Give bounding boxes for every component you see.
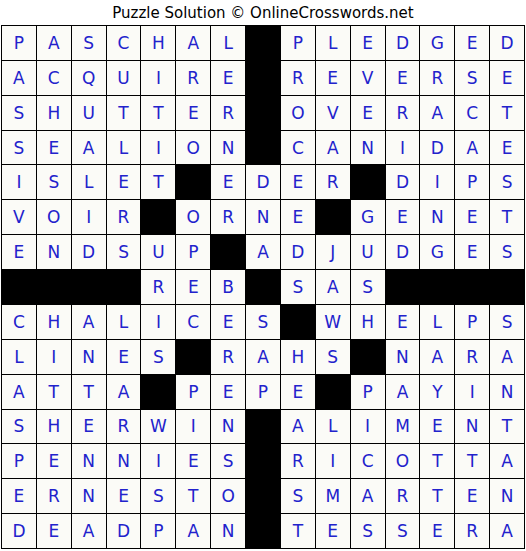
letter-cell: N <box>37 235 71 269</box>
letter-cell: B <box>211 270 245 304</box>
letter-cell: D <box>246 165 280 199</box>
letter-cell: O <box>176 131 210 165</box>
letter-cell: A <box>246 340 280 374</box>
black-cell <box>2 270 36 304</box>
letter-cell: I <box>141 131 175 165</box>
letter-cell: A <box>420 340 454 374</box>
letter-cell: P <box>246 375 280 409</box>
letter-cell: N <box>490 375 524 409</box>
black-cell <box>246 270 280 304</box>
letter-cell: I <box>420 165 454 199</box>
letter-cell: E <box>37 131 71 165</box>
black-cell <box>246 514 280 548</box>
letter-cell: A <box>281 410 315 444</box>
letter-cell: C <box>37 61 71 95</box>
letter-cell: S <box>107 235 141 269</box>
letter-cell: T <box>107 96 141 130</box>
letter-cell: P <box>455 305 489 339</box>
letter-cell: N <box>455 410 489 444</box>
letter-cell: E <box>107 165 141 199</box>
letter-cell: E <box>211 61 245 95</box>
letter-cell: L <box>420 305 454 339</box>
letter-cell: A <box>316 131 350 165</box>
black-cell <box>211 235 245 269</box>
letter-cell: C <box>107 26 141 60</box>
letter-cell: T <box>420 444 454 478</box>
letter-cell: E <box>176 270 210 304</box>
letter-cell: T <box>281 514 315 548</box>
letter-cell: C <box>176 305 210 339</box>
letter-cell: M <box>316 479 350 513</box>
letter-cell: E <box>281 165 315 199</box>
letter-cell: A <box>316 270 350 304</box>
letter-cell: A <box>420 96 454 130</box>
letter-cell: P <box>455 165 489 199</box>
letter-cell: T <box>37 375 71 409</box>
letter-cell: E <box>351 26 385 60</box>
letter-cell: H <box>351 305 385 339</box>
letter-cell: R <box>211 96 245 130</box>
letter-cell: Q <box>72 61 106 95</box>
letter-cell: E <box>107 340 141 374</box>
letter-cell: A <box>490 340 524 374</box>
letter-cell: N <box>386 340 420 374</box>
letter-cell: L <box>107 305 141 339</box>
black-cell <box>386 270 420 304</box>
letter-cell: T <box>141 96 175 130</box>
letter-cell: R <box>420 61 454 95</box>
black-cell <box>246 444 280 478</box>
letter-cell: P <box>176 375 210 409</box>
black-cell <box>176 165 210 199</box>
letter-cell: N <box>246 200 280 234</box>
letter-cell: T <box>490 200 524 234</box>
letter-cell: T <box>490 96 524 130</box>
letter-cell: S <box>351 270 385 304</box>
letter-cell: L <box>2 340 36 374</box>
letter-cell: T <box>72 375 106 409</box>
letter-cell: E <box>490 61 524 95</box>
letter-cell: I <box>316 444 350 478</box>
letter-cell: S <box>281 270 315 304</box>
black-cell <box>420 270 454 304</box>
black-cell <box>246 131 280 165</box>
black-cell <box>246 26 280 60</box>
letter-cell: P <box>2 26 36 60</box>
letter-cell: E <box>386 200 420 234</box>
letter-cell: N <box>72 479 106 513</box>
letter-cell: A <box>490 514 524 548</box>
letter-cell: H <box>37 96 71 130</box>
letter-cell: E <box>386 305 420 339</box>
letter-cell: R <box>386 479 420 513</box>
letter-cell: E <box>2 479 36 513</box>
black-cell <box>455 270 489 304</box>
letter-cell: O <box>281 96 315 130</box>
black-cell <box>176 340 210 374</box>
letter-cell: W <box>141 410 175 444</box>
letter-cell: E <box>37 514 71 548</box>
letter-cell: I <box>72 200 106 234</box>
letter-cell: R <box>211 200 245 234</box>
letter-cell: I <box>141 61 175 95</box>
letter-cell: S <box>72 26 106 60</box>
black-cell <box>246 96 280 130</box>
letter-cell: L <box>72 165 106 199</box>
letter-cell: I <box>176 410 210 444</box>
letter-cell: S <box>141 340 175 374</box>
letter-cell: A <box>351 479 385 513</box>
letter-cell: D <box>72 235 106 269</box>
black-cell <box>72 270 106 304</box>
letter-cell: N <box>351 131 385 165</box>
letter-cell: R <box>386 96 420 130</box>
letter-cell: D <box>386 26 420 60</box>
letter-cell: A <box>107 375 141 409</box>
letter-cell: S <box>2 96 36 130</box>
letter-cell: H <box>281 340 315 374</box>
letter-cell: R <box>316 165 350 199</box>
black-cell <box>107 270 141 304</box>
letter-cell: E <box>316 514 350 548</box>
letter-cell: I <box>141 444 175 478</box>
letter-cell: E <box>420 514 454 548</box>
black-cell <box>316 375 350 409</box>
black-cell <box>246 479 280 513</box>
letter-cell: H <box>141 26 175 60</box>
letter-cell: D <box>420 131 454 165</box>
letter-cell: P <box>281 26 315 60</box>
letter-cell: S <box>2 131 36 165</box>
letter-cell: A <box>2 61 36 95</box>
letter-cell: A <box>176 514 210 548</box>
letter-cell: O <box>211 479 245 513</box>
letter-cell: L <box>107 131 141 165</box>
letter-cell: H <box>37 410 71 444</box>
letter-cell: P <box>2 444 36 478</box>
letter-cell: E <box>455 235 489 269</box>
letter-cell: R <box>455 340 489 374</box>
letter-cell: N <box>490 479 524 513</box>
letter-cell: I <box>141 305 175 339</box>
black-cell <box>37 270 71 304</box>
letter-cell: P <box>141 514 175 548</box>
letter-cell: E <box>455 479 489 513</box>
letter-cell: E <box>455 200 489 234</box>
black-cell <box>351 340 385 374</box>
letter-cell: N <box>211 131 245 165</box>
letter-cell: S <box>316 340 350 374</box>
letter-cell: O <box>386 444 420 478</box>
letter-cell: L <box>316 26 350 60</box>
letter-cell: S <box>490 235 524 269</box>
letter-cell: S <box>141 479 175 513</box>
letter-cell: P <box>176 235 210 269</box>
letter-cell: U <box>351 235 385 269</box>
letter-cell: A <box>455 131 489 165</box>
letter-cell: D <box>281 235 315 269</box>
letter-cell: L <box>211 26 245 60</box>
black-cell <box>141 200 175 234</box>
letter-cell: R <box>281 444 315 478</box>
letter-cell: E <box>211 305 245 339</box>
letter-cell: G <box>420 26 454 60</box>
letter-cell: R <box>107 410 141 444</box>
letter-cell: R <box>211 340 245 374</box>
letter-cell: I <box>2 165 36 199</box>
letter-cell: S <box>211 444 245 478</box>
letter-cell: S <box>455 61 489 95</box>
letter-cell: R <box>281 61 315 95</box>
letter-cell: O <box>37 200 71 234</box>
letter-cell: E <box>281 375 315 409</box>
letter-cell: C <box>351 444 385 478</box>
letter-cell: E <box>351 96 385 130</box>
letter-cell: G <box>420 235 454 269</box>
letter-cell: A <box>176 26 210 60</box>
letter-cell: S <box>37 165 71 199</box>
letter-cell: C <box>2 305 36 339</box>
letter-cell: E <box>455 26 489 60</box>
letter-cell: E <box>176 96 210 130</box>
letter-cell: A <box>490 444 524 478</box>
letter-cell: S <box>490 305 524 339</box>
letter-cell: A <box>37 26 71 60</box>
letter-cell: A <box>72 131 106 165</box>
letter-cell: T <box>455 444 489 478</box>
letter-cell: N <box>72 340 106 374</box>
black-cell <box>246 61 280 95</box>
black-cell <box>281 305 315 339</box>
letter-cell: S <box>2 410 36 444</box>
black-cell <box>351 165 385 199</box>
letter-cell: E <box>281 200 315 234</box>
letter-cell: E <box>386 61 420 95</box>
letter-cell: S <box>351 514 385 548</box>
letter-cell: D <box>386 165 420 199</box>
crossword-grid: PASCHALPLEDGEDACQUIREREVERSESHUTTEROVERA… <box>1 25 525 549</box>
letter-cell: R <box>37 479 71 513</box>
letter-cell: T <box>490 410 524 444</box>
letter-cell: A <box>72 514 106 548</box>
letter-cell: I <box>37 340 71 374</box>
letter-cell: O <box>176 200 210 234</box>
black-cell <box>141 375 175 409</box>
letter-cell: T <box>420 479 454 513</box>
letter-cell: H <box>37 305 71 339</box>
letter-cell: Y <box>420 375 454 409</box>
letter-cell: A <box>72 305 106 339</box>
letter-cell: C <box>281 131 315 165</box>
letter-cell: A <box>246 235 280 269</box>
letter-cell: U <box>107 61 141 95</box>
letter-cell: E <box>176 444 210 478</box>
letter-cell: I <box>455 375 489 409</box>
letter-cell: D <box>386 235 420 269</box>
letter-cell: R <box>455 514 489 548</box>
black-cell <box>316 200 350 234</box>
letter-cell: C <box>455 96 489 130</box>
black-cell <box>490 270 524 304</box>
letter-cell: T <box>141 165 175 199</box>
letter-cell: L <box>316 410 350 444</box>
letter-cell: E <box>37 444 71 478</box>
black-cell <box>246 410 280 444</box>
letter-cell: M <box>386 410 420 444</box>
letter-cell: U <box>72 96 106 130</box>
page-title: Puzzle Solution © OnlineCrosswords.net <box>0 0 526 25</box>
letter-cell: T <box>176 479 210 513</box>
letter-cell: W <box>316 305 350 339</box>
letter-cell: N <box>107 444 141 478</box>
letter-cell: R <box>107 200 141 234</box>
letter-cell: S <box>490 165 524 199</box>
letter-cell: U <box>141 235 175 269</box>
letter-cell: N <box>420 200 454 234</box>
letter-cell: D <box>490 26 524 60</box>
letter-cell: I <box>386 131 420 165</box>
letter-cell: V <box>316 96 350 130</box>
letter-cell: E <box>211 375 245 409</box>
letter-cell: E <box>490 131 524 165</box>
letter-cell: A <box>386 375 420 409</box>
letter-cell: S <box>281 479 315 513</box>
letter-cell: E <box>420 410 454 444</box>
letter-cell: N <box>72 444 106 478</box>
letter-cell: J <box>316 235 350 269</box>
letter-cell: V <box>351 61 385 95</box>
letter-cell: E <box>2 235 36 269</box>
letter-cell: E <box>107 479 141 513</box>
letter-cell: S <box>386 514 420 548</box>
letter-cell: N <box>211 514 245 548</box>
letter-cell: E <box>316 61 350 95</box>
letter-cell: I <box>351 410 385 444</box>
letter-cell: R <box>176 61 210 95</box>
letter-cell: R <box>141 270 175 304</box>
letter-cell: S <box>246 305 280 339</box>
letter-cell: D <box>2 514 36 548</box>
letter-cell: G <box>351 200 385 234</box>
letter-cell: E <box>72 410 106 444</box>
letter-cell: P <box>351 375 385 409</box>
letter-cell: A <box>2 375 36 409</box>
letter-cell: N <box>211 410 245 444</box>
letter-cell: V <box>2 200 36 234</box>
letter-cell: E <box>211 165 245 199</box>
letter-cell: D <box>107 514 141 548</box>
